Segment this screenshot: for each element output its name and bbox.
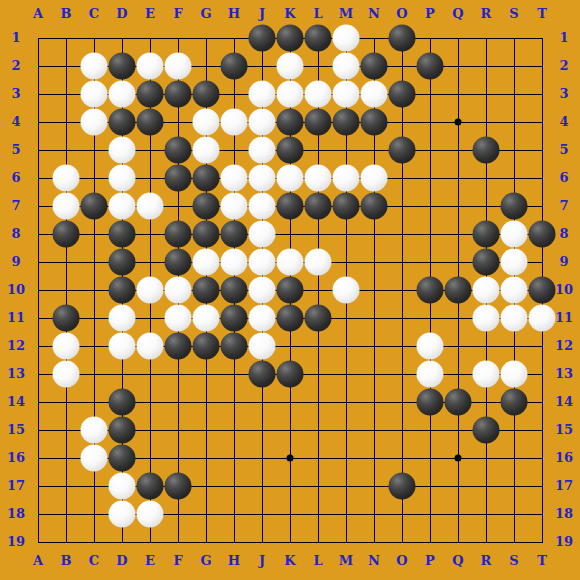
column-label-bottom-E: E bbox=[136, 553, 164, 569]
row-label-right-13: 13 bbox=[548, 366, 580, 382]
stone-black-O1[interactable] bbox=[389, 25, 416, 52]
row-label-left-18: 18 bbox=[0, 506, 32, 522]
stone-white-D11[interactable] bbox=[109, 305, 136, 332]
stone-black-J13[interactable] bbox=[249, 361, 276, 388]
row-label-right-3: 3 bbox=[548, 86, 580, 102]
stone-black-G10[interactable] bbox=[193, 277, 220, 304]
column-label-bottom-J: J bbox=[248, 553, 276, 569]
column-label-bottom-D: D bbox=[108, 553, 136, 569]
stone-white-H9[interactable] bbox=[221, 249, 248, 276]
column-label-top-H: H bbox=[220, 6, 248, 22]
stone-black-G6[interactable] bbox=[193, 165, 220, 192]
row-label-right-7: 7 bbox=[548, 198, 580, 214]
stone-white-G5[interactable] bbox=[193, 137, 220, 164]
row-label-left-3: 3 bbox=[0, 86, 32, 102]
row-label-left-5: 5 bbox=[0, 142, 32, 158]
column-label-top-M: M bbox=[332, 6, 360, 22]
stone-black-T8[interactable] bbox=[529, 221, 556, 248]
column-label-bottom-F: F bbox=[164, 553, 192, 569]
stone-black-P14[interactable] bbox=[417, 389, 444, 416]
row-label-right-14: 14 bbox=[548, 394, 580, 410]
stone-white-J7[interactable] bbox=[249, 193, 276, 220]
stone-black-L1[interactable] bbox=[305, 25, 332, 52]
row-label-left-16: 16 bbox=[0, 450, 32, 466]
stone-white-J9[interactable] bbox=[249, 249, 276, 276]
stone-white-J11[interactable] bbox=[249, 305, 276, 332]
stone-black-L11[interactable] bbox=[305, 305, 332, 332]
stone-black-G8[interactable] bbox=[193, 221, 220, 248]
grid-vertical-line bbox=[402, 38, 403, 543]
column-label-top-T: T bbox=[528, 6, 556, 22]
stone-white-E2[interactable] bbox=[137, 53, 164, 80]
column-label-bottom-O: O bbox=[388, 553, 416, 569]
row-label-right-19: 19 bbox=[548, 534, 580, 550]
stone-white-J5[interactable] bbox=[249, 137, 276, 164]
stone-white-F2[interactable] bbox=[165, 53, 192, 80]
column-label-bottom-K: K bbox=[276, 553, 304, 569]
row-label-left-6: 6 bbox=[0, 170, 32, 186]
stone-black-K4[interactable] bbox=[277, 109, 304, 136]
stone-black-P2[interactable] bbox=[417, 53, 444, 80]
stone-white-C16[interactable] bbox=[81, 445, 108, 472]
stone-black-O5[interactable] bbox=[389, 137, 416, 164]
stone-white-B7[interactable] bbox=[53, 193, 80, 220]
stone-black-R9[interactable] bbox=[473, 249, 500, 276]
row-label-right-16: 16 bbox=[548, 450, 580, 466]
stone-black-R5[interactable] bbox=[473, 137, 500, 164]
stone-white-M6[interactable] bbox=[333, 165, 360, 192]
row-label-left-11: 11 bbox=[0, 310, 32, 326]
stone-white-F11[interactable] bbox=[165, 305, 192, 332]
stone-black-C7[interactable] bbox=[81, 193, 108, 220]
column-label-bottom-L: L bbox=[304, 553, 332, 569]
stone-black-D9[interactable] bbox=[109, 249, 136, 276]
stone-white-E7[interactable] bbox=[137, 193, 164, 220]
stone-black-L7[interactable] bbox=[305, 193, 332, 220]
stone-black-H11[interactable] bbox=[221, 305, 248, 332]
stone-black-D14[interactable] bbox=[109, 389, 136, 416]
stone-black-K11[interactable] bbox=[277, 305, 304, 332]
stone-white-F10[interactable] bbox=[165, 277, 192, 304]
column-label-top-S: S bbox=[500, 6, 528, 22]
stone-black-M4[interactable] bbox=[333, 109, 360, 136]
column-label-bottom-N: N bbox=[360, 553, 388, 569]
stone-white-J10[interactable] bbox=[249, 277, 276, 304]
stone-black-D8[interactable] bbox=[109, 221, 136, 248]
stone-white-M1[interactable] bbox=[333, 25, 360, 52]
stone-black-E3[interactable] bbox=[137, 81, 164, 108]
stone-black-B11[interactable] bbox=[53, 305, 80, 332]
column-label-top-P: P bbox=[416, 6, 444, 22]
stone-black-H8[interactable] bbox=[221, 221, 248, 248]
stone-white-K6[interactable] bbox=[277, 165, 304, 192]
row-label-left-8: 8 bbox=[0, 226, 32, 242]
row-label-left-17: 17 bbox=[0, 478, 32, 494]
column-label-top-D: D bbox=[108, 6, 136, 22]
column-label-bottom-H: H bbox=[220, 553, 248, 569]
stone-black-N4[interactable] bbox=[361, 109, 388, 136]
column-label-bottom-P: P bbox=[416, 553, 444, 569]
column-label-top-A: A bbox=[24, 6, 52, 22]
stone-black-N7[interactable] bbox=[361, 193, 388, 220]
stone-black-F9[interactable] bbox=[165, 249, 192, 276]
column-label-top-L: L bbox=[304, 6, 332, 22]
stone-black-R8[interactable] bbox=[473, 221, 500, 248]
stone-black-H10[interactable] bbox=[221, 277, 248, 304]
stone-black-H12[interactable] bbox=[221, 333, 248, 360]
row-label-right-2: 2 bbox=[548, 58, 580, 74]
column-label-top-J: J bbox=[248, 6, 276, 22]
stone-white-D12[interactable] bbox=[109, 333, 136, 360]
row-label-right-5: 5 bbox=[548, 142, 580, 158]
stone-black-D16[interactable] bbox=[109, 445, 136, 472]
column-label-top-C: C bbox=[80, 6, 108, 22]
stone-white-B12[interactable] bbox=[53, 333, 80, 360]
stone-black-S14[interactable] bbox=[501, 389, 528, 416]
stone-black-S7[interactable] bbox=[501, 193, 528, 220]
grid-horizontal-line bbox=[38, 542, 543, 543]
star-point-K16 bbox=[287, 455, 294, 462]
stone-white-P13[interactable] bbox=[417, 361, 444, 388]
stone-white-E12[interactable] bbox=[137, 333, 164, 360]
stone-white-H6[interactable] bbox=[221, 165, 248, 192]
stone-black-R15[interactable] bbox=[473, 417, 500, 444]
star-point-Q16 bbox=[455, 455, 462, 462]
stone-black-O3[interactable] bbox=[389, 81, 416, 108]
column-label-top-K: K bbox=[276, 6, 304, 22]
stone-black-O17[interactable] bbox=[389, 473, 416, 500]
column-label-top-G: G bbox=[192, 6, 220, 22]
row-label-left-14: 14 bbox=[0, 394, 32, 410]
stone-white-E10[interactable] bbox=[137, 277, 164, 304]
stone-black-K10[interactable] bbox=[277, 277, 304, 304]
column-label-bottom-T: T bbox=[528, 553, 556, 569]
go-board[interactable]: AA11BB22CC33DD44EE55FF66GG77HH88JJ99KK10… bbox=[0, 0, 580, 580]
stone-white-S9[interactable] bbox=[501, 249, 528, 276]
stone-black-K1[interactable] bbox=[277, 25, 304, 52]
stone-black-F17[interactable] bbox=[165, 473, 192, 500]
row-label-right-15: 15 bbox=[548, 422, 580, 438]
row-label-left-2: 2 bbox=[0, 58, 32, 74]
row-label-right-18: 18 bbox=[548, 506, 580, 522]
stone-black-B8[interactable] bbox=[53, 221, 80, 248]
column-label-bottom-R: R bbox=[472, 553, 500, 569]
stone-white-L3[interactable] bbox=[305, 81, 332, 108]
stone-black-D15[interactable] bbox=[109, 417, 136, 444]
row-label-right-6: 6 bbox=[548, 170, 580, 186]
stone-white-J8[interactable] bbox=[249, 221, 276, 248]
stone-white-L6[interactable] bbox=[305, 165, 332, 192]
stone-white-S8[interactable] bbox=[501, 221, 528, 248]
stone-black-E17[interactable] bbox=[137, 473, 164, 500]
stone-white-H4[interactable] bbox=[221, 109, 248, 136]
column-label-bottom-M: M bbox=[332, 553, 360, 569]
stone-black-Q14[interactable] bbox=[445, 389, 472, 416]
stone-black-Q10[interactable] bbox=[445, 277, 472, 304]
stone-black-D2[interactable] bbox=[109, 53, 136, 80]
stone-white-J3[interactable] bbox=[249, 81, 276, 108]
row-label-left-12: 12 bbox=[0, 338, 32, 354]
stone-white-B13[interactable] bbox=[53, 361, 80, 388]
stone-black-L4[interactable] bbox=[305, 109, 332, 136]
stone-black-D4[interactable] bbox=[109, 109, 136, 136]
stone-black-G12[interactable] bbox=[193, 333, 220, 360]
stone-white-N3[interactable] bbox=[361, 81, 388, 108]
column-label-bottom-S: S bbox=[500, 553, 528, 569]
stone-black-K13[interactable] bbox=[277, 361, 304, 388]
row-label-left-1: 1 bbox=[0, 30, 32, 46]
stone-black-F6[interactable] bbox=[165, 165, 192, 192]
stone-black-G7[interactable] bbox=[193, 193, 220, 220]
stone-black-P10[interactable] bbox=[417, 277, 444, 304]
stone-white-C4[interactable] bbox=[81, 109, 108, 136]
stone-white-G11[interactable] bbox=[193, 305, 220, 332]
column-label-top-F: F bbox=[164, 6, 192, 22]
stone-white-G4[interactable] bbox=[193, 109, 220, 136]
column-label-bottom-C: C bbox=[80, 553, 108, 569]
stone-black-K5[interactable] bbox=[277, 137, 304, 164]
stone-black-H2[interactable] bbox=[221, 53, 248, 80]
stone-white-L9[interactable] bbox=[305, 249, 332, 276]
stone-black-F8[interactable] bbox=[165, 221, 192, 248]
stone-black-D10[interactable] bbox=[109, 277, 136, 304]
stone-white-K9[interactable] bbox=[277, 249, 304, 276]
row-label-right-17: 17 bbox=[548, 478, 580, 494]
column-label-top-Q: Q bbox=[444, 6, 472, 22]
column-label-top-E: E bbox=[136, 6, 164, 22]
stone-white-R11[interactable] bbox=[473, 305, 500, 332]
stone-white-K3[interactable] bbox=[277, 81, 304, 108]
row-label-left-19: 19 bbox=[0, 534, 32, 550]
stone-white-D5[interactable] bbox=[109, 137, 136, 164]
stone-white-C2[interactable] bbox=[81, 53, 108, 80]
column-label-bottom-Q: Q bbox=[444, 553, 472, 569]
stone-black-J1[interactable] bbox=[249, 25, 276, 52]
stone-white-S10[interactable] bbox=[501, 277, 528, 304]
stone-black-T10[interactable] bbox=[529, 277, 556, 304]
stone-white-N6[interactable] bbox=[361, 165, 388, 192]
column-label-bottom-A: A bbox=[24, 553, 52, 569]
stone-black-E4[interactable] bbox=[137, 109, 164, 136]
stone-white-S13[interactable] bbox=[501, 361, 528, 388]
stone-white-T11[interactable] bbox=[529, 305, 556, 332]
stone-white-S11[interactable] bbox=[501, 305, 528, 332]
star-point-Q4 bbox=[455, 119, 462, 126]
stone-white-D17[interactable] bbox=[109, 473, 136, 500]
column-label-bottom-G: G bbox=[192, 553, 220, 569]
stone-white-P12[interactable] bbox=[417, 333, 444, 360]
row-label-left-15: 15 bbox=[0, 422, 32, 438]
stone-black-F3[interactable] bbox=[165, 81, 192, 108]
row-label-right-4: 4 bbox=[548, 114, 580, 130]
row-label-left-10: 10 bbox=[0, 282, 32, 298]
stone-white-J4[interactable] bbox=[249, 109, 276, 136]
stone-black-G3[interactable] bbox=[193, 81, 220, 108]
stone-black-M7[interactable] bbox=[333, 193, 360, 220]
row-label-right-9: 9 bbox=[548, 254, 580, 270]
stone-black-F12[interactable] bbox=[165, 333, 192, 360]
stone-white-H7[interactable] bbox=[221, 193, 248, 220]
stone-white-J6[interactable] bbox=[249, 165, 276, 192]
stone-white-C3[interactable] bbox=[81, 81, 108, 108]
stone-white-D6[interactable] bbox=[109, 165, 136, 192]
stone-white-J12[interactable] bbox=[249, 333, 276, 360]
stone-white-R10[interactable] bbox=[473, 277, 500, 304]
column-label-top-O: O bbox=[388, 6, 416, 22]
row-label-left-4: 4 bbox=[0, 114, 32, 130]
row-label-left-9: 9 bbox=[0, 254, 32, 270]
stone-white-D3[interactable] bbox=[109, 81, 136, 108]
stone-white-M2[interactable] bbox=[333, 53, 360, 80]
stone-white-G9[interactable] bbox=[193, 249, 220, 276]
row-label-left-7: 7 bbox=[0, 198, 32, 214]
row-label-right-12: 12 bbox=[548, 338, 580, 354]
stone-black-K7[interactable] bbox=[277, 193, 304, 220]
stone-white-M3[interactable] bbox=[333, 81, 360, 108]
column-label-bottom-B: B bbox=[52, 553, 80, 569]
stone-white-K2[interactable] bbox=[277, 53, 304, 80]
column-label-top-N: N bbox=[360, 6, 388, 22]
stone-black-F5[interactable] bbox=[165, 137, 192, 164]
stone-white-E18[interactable] bbox=[137, 501, 164, 528]
stone-white-M10[interactable] bbox=[333, 277, 360, 304]
stone-white-D18[interactable] bbox=[109, 501, 136, 528]
stone-white-R13[interactable] bbox=[473, 361, 500, 388]
stone-white-B6[interactable] bbox=[53, 165, 80, 192]
stone-white-D7[interactable] bbox=[109, 193, 136, 220]
row-label-right-1: 1 bbox=[548, 30, 580, 46]
row-label-left-13: 13 bbox=[0, 366, 32, 382]
column-label-top-R: R bbox=[472, 6, 500, 22]
column-label-top-B: B bbox=[52, 6, 80, 22]
stone-black-N2[interactable] bbox=[361, 53, 388, 80]
stone-white-C15[interactable] bbox=[81, 417, 108, 444]
